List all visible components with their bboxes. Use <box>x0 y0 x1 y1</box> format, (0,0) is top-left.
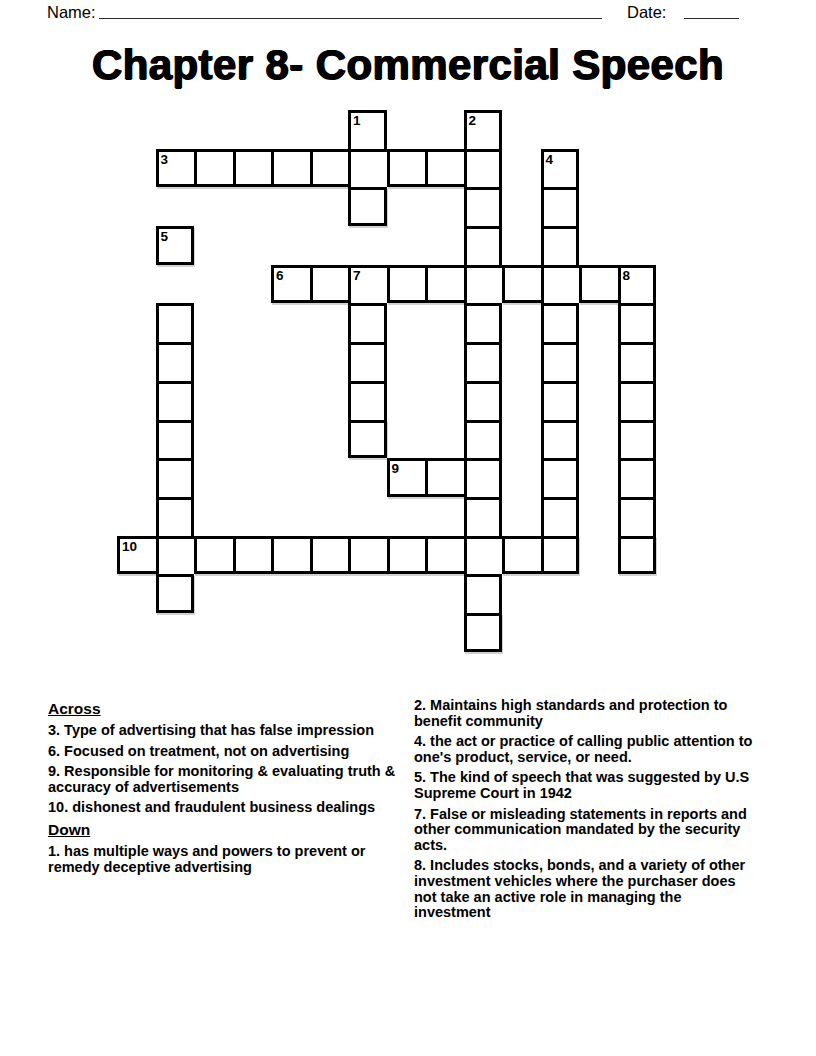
grid-cell-r8c9[interactable] <box>464 420 503 459</box>
grid-cell-r1c8[interactable] <box>425 149 464 188</box>
grid-cell-r4c9[interactable] <box>464 265 503 304</box>
clues-column-right: 2. Maintains high standards and protecti… <box>414 698 762 926</box>
grid-cell-r11c10[interactable] <box>502 536 541 575</box>
grid-cell-r1c5[interactable] <box>310 149 349 188</box>
name-label: Name: <box>47 3 96 22</box>
cell-number-6: 6 <box>276 268 284 283</box>
across-clues-list: 3. Type of advertising that has false im… <box>48 723 400 816</box>
grid-cell-r4c6[interactable]: 7 <box>348 265 387 304</box>
grid-cell-r6c11[interactable] <box>541 342 580 381</box>
grid-cell-r4c8[interactable] <box>425 265 464 304</box>
date-label: Date: <box>627 3 666 22</box>
grid-cell-r3c9[interactable] <box>464 226 503 265</box>
clue-5: 5. The kind of speech that was suggested… <box>414 770 762 801</box>
clue-7: 7. False or misleading statements in rep… <box>414 807 762 854</box>
grid-cell-r9c8[interactable] <box>425 458 464 497</box>
cell-number-9: 9 <box>392 461 400 476</box>
cell-number-8: 8 <box>623 268 631 283</box>
grid-cell-r9c11[interactable] <box>541 458 580 497</box>
grid-cell-r8c13[interactable] <box>618 420 657 459</box>
grid-cell-r3c11[interactable] <box>541 226 580 265</box>
grid-cell-r4c12[interactable] <box>579 265 618 304</box>
clues-column-left: Across 3. Type of advertising that has f… <box>48 698 400 926</box>
name-field[interactable] <box>99 1 602 19</box>
cell-number-1: 1 <box>353 113 361 128</box>
grid-cell-r10c11[interactable] <box>541 497 580 536</box>
grid-cell-r6c1[interactable] <box>156 342 195 381</box>
down-clues-list-left: 1. has multiple ways and powers to preve… <box>48 844 400 875</box>
grid-cell-r11c6[interactable] <box>348 536 387 575</box>
grid-cell-r1c4[interactable] <box>271 149 310 188</box>
grid-cell-r2c9[interactable] <box>464 187 503 226</box>
grid-cell-r5c13[interactable] <box>618 303 657 342</box>
grid-cell-r1c7[interactable] <box>387 149 426 188</box>
grid-cell-r11c1[interactable] <box>156 536 195 575</box>
cell-number-3: 3 <box>161 152 169 167</box>
grid-cell-r1c11[interactable]: 4 <box>541 149 580 188</box>
grid-cell-r1c6[interactable] <box>348 149 387 188</box>
clues-section: Across 3. Type of advertising that has f… <box>48 698 762 926</box>
grid-cell-r2c6[interactable] <box>348 187 387 226</box>
grid-cell-r11c0[interactable]: 10 <box>117 536 156 575</box>
grid-cell-r4c13[interactable]: 8 <box>618 265 657 304</box>
cell-number-7: 7 <box>353 268 361 283</box>
grid-cell-r7c1[interactable] <box>156 381 195 420</box>
grid-cell-r2c11[interactable] <box>541 187 580 226</box>
grid-cell-r7c9[interactable] <box>464 381 503 420</box>
grid-cell-r6c6[interactable] <box>348 342 387 381</box>
grid-cell-r8c11[interactable] <box>541 420 580 459</box>
clue-9: 9. Responsible for monitoring & evaluati… <box>48 764 400 795</box>
clue-4: 4. the act or practice of calling public… <box>414 734 762 765</box>
grid-cell-r13c9[interactable] <box>464 613 503 652</box>
across-heading: Across <box>48 700 400 718</box>
grid-cell-r5c11[interactable] <box>541 303 580 342</box>
grid-cell-r7c11[interactable] <box>541 381 580 420</box>
grid-cell-r11c3[interactable] <box>233 536 272 575</box>
grid-cell-r11c7[interactable] <box>387 536 426 575</box>
clue-6: 6. Focused on treatment, not on advertis… <box>48 744 400 760</box>
grid-cell-r11c9[interactable] <box>464 536 503 575</box>
grid-cell-r5c9[interactable] <box>464 303 503 342</box>
cell-number-2: 2 <box>469 113 477 128</box>
clue-2: 2. Maintains high standards and protecti… <box>414 698 762 729</box>
grid-cell-r4c5[interactable] <box>310 265 349 304</box>
grid-cell-r11c11[interactable] <box>541 536 580 575</box>
grid-cell-r8c1[interactable] <box>156 420 195 459</box>
grid-cell-r10c9[interactable] <box>464 497 503 536</box>
grid-cell-r12c9[interactable] <box>464 574 503 613</box>
grid-cell-r9c1[interactable] <box>156 458 195 497</box>
clue-8: 8. Includes stocks, bonds, and a variety… <box>414 858 762 920</box>
grid-cell-r4c11[interactable] <box>541 265 580 304</box>
grid-cell-r7c6[interactable] <box>348 381 387 420</box>
grid-cell-r10c13[interactable] <box>618 497 657 536</box>
grid-cell-r1c2[interactable] <box>194 149 233 188</box>
grid-cell-r4c4[interactable]: 6 <box>271 265 310 304</box>
clue-1: 1. has multiple ways and powers to preve… <box>48 844 400 875</box>
grid-cell-r9c13[interactable] <box>618 458 657 497</box>
grid-cell-r9c9[interactable] <box>464 458 503 497</box>
cell-number-10: 10 <box>122 539 137 554</box>
crossword-grid: 12345678910 <box>117 110 656 652</box>
grid-cell-r1c3[interactable] <box>233 149 272 188</box>
grid-cell-r11c4[interactable] <box>271 536 310 575</box>
grid-cell-r10c1[interactable] <box>156 497 195 536</box>
grid-cell-r12c1[interactable] <box>156 574 195 613</box>
grid-cell-r7c13[interactable] <box>618 381 657 420</box>
clue-10: 10. dishonest and fraudulent business de… <box>48 800 400 816</box>
grid-cell-r11c5[interactable] <box>310 536 349 575</box>
grid-cell-r6c9[interactable] <box>464 342 503 381</box>
grid-cell-r11c8[interactable] <box>425 536 464 575</box>
grid-cell-r1c1[interactable]: 3 <box>156 149 195 188</box>
grid-cell-r0c6[interactable]: 1 <box>348 110 387 149</box>
grid-cell-r6c13[interactable] <box>618 342 657 381</box>
grid-cell-r11c2[interactable] <box>194 536 233 575</box>
grid-cell-r5c1[interactable] <box>156 303 195 342</box>
page-title: Chapter 8- Commercial Speech <box>0 41 816 89</box>
grid-cell-r11c13[interactable] <box>618 536 657 575</box>
grid-cell-r4c7[interactable] <box>387 265 426 304</box>
cell-number-5: 5 <box>161 229 169 244</box>
down-clues-list-right: 2. Maintains high standards and protecti… <box>414 698 762 921</box>
date-field[interactable] <box>684 1 739 19</box>
grid-cell-r4c10[interactable] <box>502 265 541 304</box>
cell-number-4: 4 <box>546 152 554 167</box>
grid-cell-r0c9[interactable]: 2 <box>464 110 503 149</box>
grid-cell-r1c9[interactable] <box>464 149 503 188</box>
grid-cell-r8c6[interactable] <box>348 420 387 459</box>
grid-cell-r5c6[interactable] <box>348 303 387 342</box>
grid-cell-r3c1[interactable]: 5 <box>156 226 195 265</box>
down-heading: Down <box>48 821 400 839</box>
grid-cell-r9c7[interactable]: 9 <box>387 458 426 497</box>
clue-3: 3. Type of advertising that has false im… <box>48 723 400 739</box>
